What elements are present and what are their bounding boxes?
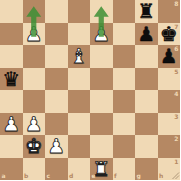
file-label-b: b [24,173,28,179]
white-pawn[interactable]: ♟ [45,135,68,158]
square-c1[interactable]: c [45,158,68,181]
square-b1[interactable]: b [23,158,46,181]
square-f5[interactable] [113,68,136,91]
square-e1[interactable]: e♜ [90,158,113,181]
white-pawn[interactable]: ♟ [23,23,46,46]
white-rook[interactable]: ♜ [90,158,113,181]
black-king[interactable]: ♚ [158,23,181,46]
square-c7[interactable] [45,23,68,46]
file-label-f: f [114,173,117,179]
square-a7[interactable] [0,23,23,46]
square-g4[interactable] [135,90,158,113]
board-squares: ♜8♟♟♟7♚♝6♟♛54♟♟3♚♟2abcde♜fg1h [0,0,180,180]
square-h2[interactable]: 2 [158,135,181,158]
square-b2[interactable]: ♚ [23,135,46,158]
square-a4[interactable] [0,90,23,113]
square-f8[interactable] [113,0,136,23]
square-a1[interactable]: a [0,158,23,181]
black-queen[interactable]: ♛ [0,68,23,91]
rank-label-3: 3 [174,114,178,120]
square-d5[interactable] [68,68,91,91]
square-a5[interactable]: ♛ [0,68,23,91]
file-label-d: d [69,173,73,179]
square-f2[interactable] [113,135,136,158]
square-c2[interactable]: ♟ [45,135,68,158]
black-pawn[interactable]: ♟ [158,45,181,68]
square-d3[interactable] [68,113,91,136]
rank-label-4: 4 [174,91,178,97]
square-h6[interactable]: 6♟ [158,45,181,68]
square-d1[interactable]: d [68,158,91,181]
rank-label-5: 5 [174,69,178,75]
square-a2[interactable] [0,135,23,158]
square-g6[interactable] [135,45,158,68]
square-c8[interactable] [45,0,68,23]
square-e7[interactable]: ♟ [90,23,113,46]
white-king[interactable]: ♚ [23,135,46,158]
square-c4[interactable] [45,90,68,113]
square-h7[interactable]: 7♚ [158,23,181,46]
rank-label-8: 8 [174,1,178,7]
resize-handle-icon[interactable] [171,171,180,180]
square-c3[interactable] [45,113,68,136]
square-f3[interactable] [113,113,136,136]
square-a6[interactable] [0,45,23,68]
square-h8[interactable]: 8 [158,0,181,23]
white-pawn[interactable]: ♟ [23,113,46,136]
square-a3[interactable]: ♟ [0,113,23,136]
square-a8[interactable] [0,0,23,23]
square-d7[interactable] [68,23,91,46]
square-e4[interactable] [90,90,113,113]
chess-board: ♜8♟♟♟7♚♝6♟♛54♟♟3♚♟2abcde♜fg1h [0,0,180,180]
white-pawn[interactable]: ♟ [90,23,113,46]
square-e6[interactable] [90,45,113,68]
square-b3[interactable]: ♟ [23,113,46,136]
square-b4[interactable] [23,90,46,113]
black-rook[interactable]: ♜ [135,0,158,23]
square-c5[interactable] [45,68,68,91]
square-h3[interactable]: 3 [158,113,181,136]
square-b6[interactable] [23,45,46,68]
square-d4[interactable] [68,90,91,113]
white-pawn[interactable]: ♟ [0,113,23,136]
square-b7[interactable]: ♟ [23,23,46,46]
file-label-c: c [47,173,51,179]
square-b8[interactable] [23,0,46,23]
square-f4[interactable] [113,90,136,113]
file-label-h: h [159,173,163,179]
square-g1[interactable]: g [135,158,158,181]
square-f1[interactable]: f [113,158,136,181]
square-b5[interactable] [23,68,46,91]
square-d8[interactable] [68,0,91,23]
file-label-g: g [137,173,141,179]
square-f6[interactable] [113,45,136,68]
square-g3[interactable] [135,113,158,136]
square-g5[interactable] [135,68,158,91]
rank-label-2: 2 [174,136,178,142]
rank-label-1: 1 [174,159,178,165]
square-g7[interactable]: ♟ [135,23,158,46]
square-d6[interactable]: ♝ [68,45,91,68]
white-bishop[interactable]: ♝ [68,45,91,68]
black-pawn[interactable]: ♟ [135,23,158,46]
square-h4[interactable]: 4 [158,90,181,113]
square-h5[interactable]: 5 [158,68,181,91]
square-d2[interactable] [68,135,91,158]
square-g2[interactable] [135,135,158,158]
square-e2[interactable] [90,135,113,158]
square-c6[interactable] [45,45,68,68]
file-label-a: a [2,173,6,179]
square-f7[interactable] [113,23,136,46]
square-e3[interactable] [90,113,113,136]
square-e5[interactable] [90,68,113,91]
square-g8[interactable]: ♜ [135,0,158,23]
square-e8[interactable] [90,0,113,23]
